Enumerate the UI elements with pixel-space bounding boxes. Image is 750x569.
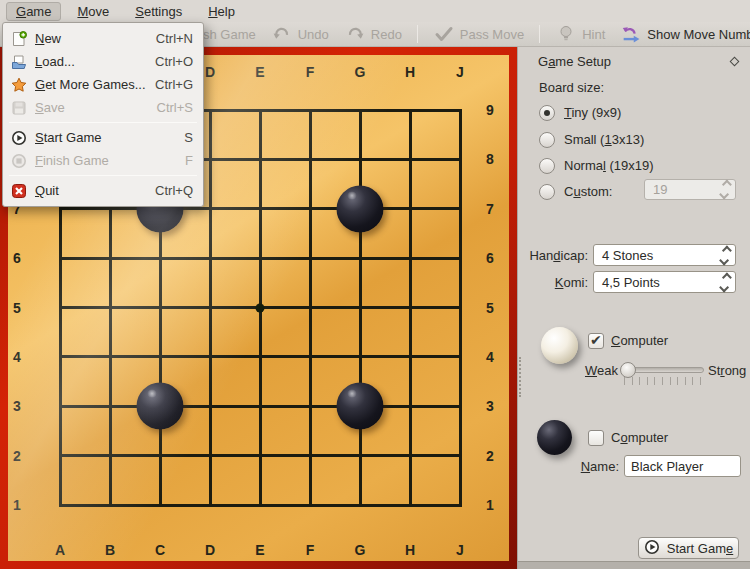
menu-item-label: Start Game (35, 130, 176, 145)
coord-label-right-3: 3 (478, 397, 502, 415)
toolbar-label: Hint (582, 27, 605, 42)
coord-label-left-5: 5 (5, 299, 29, 317)
quit-icon (11, 183, 27, 199)
weak-label: Weak (558, 363, 618, 378)
white-stone-avatar (541, 327, 578, 364)
coord-label-bottom-c: C (148, 541, 172, 559)
coord-label-right-6: 6 (478, 249, 502, 267)
play-icon (11, 130, 27, 146)
toolbar-hint-button: Hint (555, 23, 605, 45)
dock-float-diamond-icon[interactable] (730, 57, 740, 67)
menu-item-save: SaveCtrl+S (3, 96, 203, 119)
toolbar-redo-button: Redo (344, 23, 402, 45)
custom-size-spinbox: 19 (644, 179, 736, 200)
menu-item-label: New (35, 31, 148, 46)
strength-slider-ticks (624, 377, 702, 385)
menubar-item-settings[interactable]: Settings (125, 2, 192, 21)
radio-button-icon[interactable] (539, 132, 555, 148)
toolbar-label: Show Move Numbers (647, 27, 750, 42)
radio-button-icon[interactable] (539, 158, 555, 174)
menu-item-quit[interactable]: QuitCtrl+Q (3, 179, 203, 202)
coord-label-right-1: 1 (478, 496, 502, 514)
start-game-button[interactable]: Start Game (638, 537, 739, 559)
coord-label-bottom-a: A (48, 541, 72, 559)
toolbar-separator (417, 25, 418, 43)
black-stone-g3 (337, 383, 384, 430)
radio-label: Tiny (9x9) (564, 105, 621, 120)
menubar-item-move[interactable]: Move (67, 2, 119, 21)
coord-label-bottom-d: D (198, 541, 222, 559)
menu-item-load[interactable]: Load...Ctrl+O (3, 50, 203, 73)
menu-item-label: Save (35, 100, 149, 115)
new-document-icon (11, 31, 27, 47)
coord-label-bottom-e: E (248, 541, 272, 559)
coord-label-left-6: 6 (5, 249, 29, 267)
game-setup-title: Game Setup (538, 54, 611, 69)
radio-button-icon[interactable] (539, 105, 555, 121)
menubar: GameMoveSettingsHelp (0, 0, 750, 22)
grid-line-vertical (409, 109, 412, 507)
menu-item-label: Load... (35, 54, 147, 69)
redo-icon (344, 23, 366, 45)
menu-item-label: Finish Game (35, 153, 177, 168)
coord-label-bottom-g: G (348, 541, 372, 559)
menubar-item-game[interactable]: Game (6, 2, 61, 21)
radio-label: Small (13x13) (564, 132, 644, 147)
undo-icon (271, 23, 293, 45)
dock-drag-handle[interactable] (519, 357, 522, 397)
coord-label-left-3: 3 (5, 397, 29, 415)
grid-line-vertical (359, 109, 362, 507)
black-stone-g7 (337, 185, 384, 232)
strong-label: Strong (708, 363, 746, 378)
toolbar-label: Pass Move (460, 27, 524, 42)
coord-label-top-f: F (298, 63, 322, 81)
coord-label-bottom-j: J (448, 541, 472, 559)
black-computer-checkbox[interactable] (588, 430, 604, 446)
black-stone-c3 (137, 383, 184, 430)
radio-tiny-9x9[interactable]: Tiny (9x9) (539, 104, 621, 121)
menu-separator (9, 175, 197, 176)
menu-item-shortcut: Ctrl+N (156, 31, 193, 46)
play-icon (644, 539, 660, 558)
custom-size-value: 19 (653, 182, 667, 197)
toolbar-show-move-numbers-button[interactable]: Show Move Numbers (620, 23, 750, 45)
grid-line-horizontal (59, 454, 462, 457)
spinner-arrows-icon[interactable] (722, 274, 729, 291)
menu-item-label: Get More Games... (35, 77, 147, 92)
toolbar-pass-move-button: Pass Move (433, 23, 524, 45)
white-computer-label[interactable]: Computer (611, 333, 668, 348)
komi-label: Komi: (518, 275, 588, 290)
komi-spinbox[interactable]: 4,5 Points (593, 271, 736, 293)
grid-line-horizontal (59, 355, 462, 358)
kigo-window: GameMoveSettingsHelp Finish GameUndoRedo… (0, 0, 750, 569)
coord-label-right-7: 7 (478, 200, 502, 218)
menu-item-shortcut: Ctrl+G (155, 77, 193, 92)
radio-label: Normal (19x19) (564, 158, 654, 173)
spinner-arrows-icon (722, 181, 729, 198)
coord-label-bottom-b: B (98, 541, 122, 559)
coord-label-right-8: 8 (478, 150, 502, 168)
radio-label: Custom: (564, 184, 612, 199)
player-name-input[interactable] (624, 455, 741, 477)
handicap-label: Handicap: (518, 248, 588, 263)
menu-item-shortcut: S (184, 130, 193, 145)
start-game-label: Start Game (667, 541, 733, 556)
stop-icon (11, 153, 27, 169)
menu-item-label: Quit (35, 183, 147, 198)
grid-line-horizontal (59, 405, 462, 408)
lightbulb-icon (555, 23, 577, 45)
grid-line-horizontal (59, 504, 462, 507)
menu-item-get-more-games[interactable]: Get More Games...Ctrl+G (3, 73, 203, 96)
coord-label-left-2: 2 (5, 447, 29, 465)
coord-label-top-j: J (448, 63, 472, 81)
coord-label-top-e: E (248, 63, 272, 81)
coord-label-bottom-f: F (298, 541, 322, 559)
board-size-label: Board size: (539, 80, 604, 95)
star-icon (11, 77, 27, 93)
black-computer-label[interactable]: Computer (611, 430, 668, 445)
strength-slider-handle[interactable] (620, 362, 636, 378)
menu-item-shortcut: Ctrl+O (155, 54, 193, 69)
star-point-e5 (256, 303, 265, 312)
spinner-arrows-icon[interactable] (722, 247, 729, 264)
white-computer-checkbox[interactable] (588, 333, 604, 349)
player-name-label: Name: (548, 459, 619, 474)
coord-label-right-9: 9 (478, 101, 502, 119)
radio-custom[interactable]: Custom: (539, 183, 612, 200)
move-numbers-icon (620, 23, 642, 45)
komi-value: 4,5 Points (602, 275, 660, 290)
check-icon (433, 23, 455, 45)
menu-item-shortcut: Ctrl+S (157, 100, 193, 115)
toolbar-label: Redo (371, 27, 402, 42)
toolbar-separator (539, 25, 540, 43)
window-bottom-edge (518, 561, 750, 569)
game-menu-popup: NewCtrl+NLoad...Ctrl+OGet More Games...C… (2, 22, 204, 207)
coord-label-left-4: 4 (5, 348, 29, 366)
menu-item-shortcut: F (185, 153, 193, 168)
toolbar-label: Undo (298, 27, 329, 42)
menu-item-start-game[interactable]: Start GameS (3, 126, 203, 149)
toolbar-undo-button: Undo (271, 23, 329, 45)
coord-label-right-2: 2 (478, 447, 502, 465)
radio-button-icon[interactable] (539, 184, 555, 200)
coord-label-left-1: 1 (5, 496, 29, 514)
menu-item-new[interactable]: NewCtrl+N (3, 27, 203, 50)
coord-label-bottom-h: H (398, 541, 422, 559)
coord-label-right-5: 5 (478, 299, 502, 317)
grid-line-vertical (309, 109, 312, 507)
game-setup-panel: Game Setup Board size: Tiny (9x9)Small (… (517, 47, 750, 569)
radio-normal-19x19[interactable]: Normal (19x19) (539, 157, 654, 174)
save-icon (11, 100, 27, 116)
coord-label-top-g: G (348, 63, 372, 81)
handicap-value: 4 Stones (602, 248, 653, 263)
coord-label-right-4: 4 (478, 348, 502, 366)
menu-item-shortcut: Ctrl+Q (155, 183, 193, 198)
radio-small-13x13[interactable]: Small (13x13) (539, 131, 644, 148)
menubar-item-help[interactable]: Help (198, 2, 245, 21)
open-document-icon (11, 54, 27, 70)
coord-label-top-h: H (398, 63, 422, 81)
menu-item-finish-game: Finish GameF (3, 149, 203, 172)
menu-separator (9, 122, 197, 123)
grid-line-vertical (459, 109, 462, 507)
handicap-spinbox[interactable]: 4 Stones (593, 244, 736, 266)
black-stone-avatar (537, 420, 572, 455)
